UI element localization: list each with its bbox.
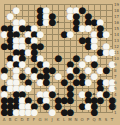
row-label-3: 3: [114, 98, 120, 103]
row-label-13: 13: [114, 38, 120, 43]
row-label-19: 19: [114, 2, 120, 7]
white-stone[interactable]: ●: [49, 109, 56, 116]
row-label-14: 14: [114, 32, 120, 37]
row-label-5: 5: [114, 86, 120, 91]
column-label-t: T: [109, 117, 116, 123]
row-label-16: 16: [114, 20, 120, 25]
white-stone[interactable]: ●: [85, 79, 92, 86]
row-label-6: 6: [114, 80, 120, 85]
row-label-12: 12: [114, 44, 120, 49]
row-label-7: 7: [114, 74, 120, 79]
black-stone[interactable]: ●: [67, 97, 74, 104]
row-label-17: 17: [114, 14, 120, 19]
row-label-15: 15: [114, 26, 120, 31]
black-stone[interactable]: ●: [55, 55, 62, 62]
white-stone[interactable]: ●: [31, 109, 38, 116]
white-stone[interactable]: ●: [67, 31, 74, 38]
black-stone[interactable]: ●: [103, 67, 110, 74]
row-label-11: 11: [114, 50, 120, 55]
row-label-1: 1: [114, 110, 120, 115]
row-label-9: 9: [114, 62, 120, 67]
row-label-8: 8: [114, 68, 120, 73]
black-stone[interactable]: ●: [91, 109, 98, 116]
go-board[interactable]: ●●●●●●●●●●●●●●●●●●●●●●●●●●●●●●●●●●●●●●●●…: [0, 0, 120, 125]
black-stone[interactable]: ●: [49, 19, 56, 26]
row-label-2: 2: [114, 104, 120, 109]
white-stone[interactable]: ●: [103, 31, 110, 38]
row-label-10: 10: [114, 56, 120, 61]
hoshi-point: [57, 21, 59, 23]
row-label-18: 18: [114, 8, 120, 13]
row-label-4: 4: [114, 92, 120, 97]
black-stone[interactable]: ●: [67, 109, 74, 116]
